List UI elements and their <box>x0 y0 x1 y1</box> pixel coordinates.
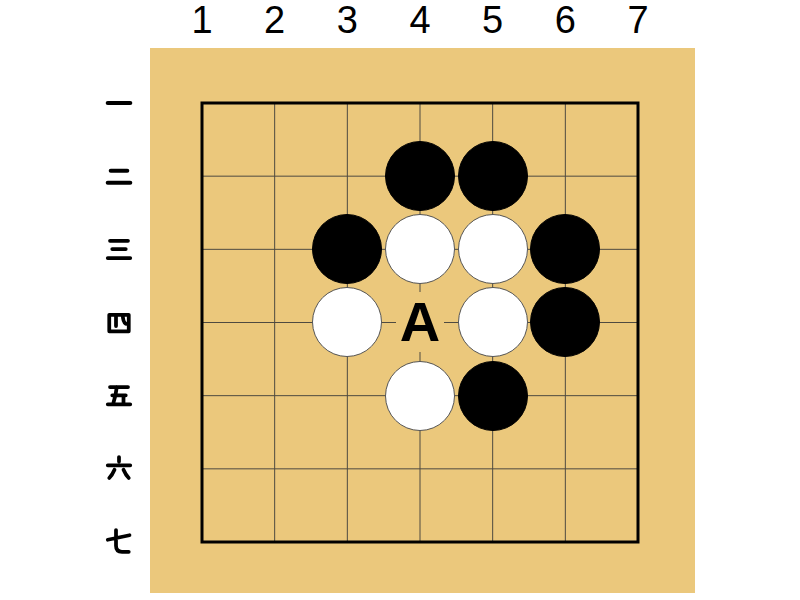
intersection-2-2[interactable] <box>238 140 311 213</box>
row-label-glyph <box>104 161 134 191</box>
black-stone <box>458 361 528 431</box>
white-stone <box>385 361 455 431</box>
white-stone <box>385 214 455 284</box>
row-label-6 <box>103 453 135 485</box>
intersection-6-1[interactable] <box>529 66 602 139</box>
row-label-5 <box>103 380 135 412</box>
intersection-1-1[interactable] <box>166 66 239 139</box>
intersection-4-2[interactable] <box>384 140 457 213</box>
intersection-grid: A <box>166 66 675 578</box>
go-board: A <box>150 48 695 593</box>
intersection-3-5[interactable] <box>311 359 384 432</box>
black-stone <box>385 141 455 211</box>
point-marker-A: A <box>396 292 444 352</box>
intersection-6-2[interactable] <box>529 140 602 213</box>
intersection-7-7[interactable] <box>602 505 675 578</box>
row-label-glyph <box>104 527 134 557</box>
row-label-1 <box>103 87 135 119</box>
intersection-7-5[interactable] <box>602 359 675 432</box>
white-stone <box>458 214 528 284</box>
intersection-5-6[interactable] <box>456 432 529 505</box>
column-label-1: 1 <box>191 0 212 42</box>
intersection-5-3[interactable] <box>456 213 529 286</box>
intersection-5-7[interactable] <box>456 505 529 578</box>
column-label-7: 7 <box>627 0 648 42</box>
intersection-7-2[interactable] <box>602 140 675 213</box>
column-label-3: 3 <box>337 0 358 42</box>
intersection-4-1[interactable] <box>384 66 457 139</box>
intersection-5-2[interactable] <box>456 140 529 213</box>
intersection-1-7[interactable] <box>166 505 239 578</box>
column-label-4: 4 <box>409 0 430 42</box>
column-label-5: 5 <box>482 0 503 42</box>
intersection-4-5[interactable] <box>384 359 457 432</box>
column-label-6: 6 <box>555 0 576 42</box>
row-label-4 <box>103 307 135 339</box>
intersection-7-4[interactable] <box>602 286 675 359</box>
intersection-6-5[interactable] <box>529 359 602 432</box>
black-stone <box>312 214 382 284</box>
row-label-glyph <box>104 308 134 338</box>
intersection-1-4[interactable] <box>166 286 239 359</box>
intersection-3-6[interactable] <box>311 432 384 505</box>
intersection-6-7[interactable] <box>529 505 602 578</box>
row-label-glyph <box>104 454 134 484</box>
black-stone <box>458 141 528 211</box>
go-diagram: 1234567 A <box>0 0 800 600</box>
intersection-7-1[interactable] <box>602 66 675 139</box>
white-stone <box>312 287 382 357</box>
row-label-glyph <box>104 88 134 118</box>
intersection-7-6[interactable] <box>602 432 675 505</box>
row-label-glyph <box>104 381 134 411</box>
intersection-3-2[interactable] <box>311 140 384 213</box>
intersection-2-4[interactable] <box>238 286 311 359</box>
intersection-2-3[interactable] <box>238 213 311 286</box>
row-label-3 <box>103 233 135 265</box>
intersection-4-7[interactable] <box>384 505 457 578</box>
intersection-2-5[interactable] <box>238 359 311 432</box>
row-label-7 <box>103 526 135 558</box>
intersection-3-4[interactable] <box>311 286 384 359</box>
intersection-6-3[interactable] <box>529 213 602 286</box>
black-stone <box>530 214 600 284</box>
intersection-3-7[interactable] <box>311 505 384 578</box>
intersection-2-1[interactable] <box>238 66 311 139</box>
intersection-5-5[interactable] <box>456 359 529 432</box>
intersection-5-4[interactable] <box>456 286 529 359</box>
column-label-2: 2 <box>264 0 285 42</box>
row-label-2 <box>103 160 135 192</box>
white-stone <box>458 287 528 357</box>
intersection-2-7[interactable] <box>238 505 311 578</box>
intersection-4-4[interactable]: A <box>384 286 457 359</box>
intersection-2-6[interactable] <box>238 432 311 505</box>
intersection-5-1[interactable] <box>456 66 529 139</box>
row-label-glyph <box>104 234 134 264</box>
intersection-4-3[interactable] <box>384 213 457 286</box>
intersection-3-1[interactable] <box>311 66 384 139</box>
intersection-1-2[interactable] <box>166 140 239 213</box>
intersection-3-3[interactable] <box>311 213 384 286</box>
intersection-1-5[interactable] <box>166 359 239 432</box>
black-stone <box>530 287 600 357</box>
intersection-7-3[interactable] <box>602 213 675 286</box>
intersection-1-6[interactable] <box>166 432 239 505</box>
intersection-4-6[interactable] <box>384 432 457 505</box>
intersection-6-4[interactable] <box>529 286 602 359</box>
intersection-1-3[interactable] <box>166 213 239 286</box>
intersection-6-6[interactable] <box>529 432 602 505</box>
